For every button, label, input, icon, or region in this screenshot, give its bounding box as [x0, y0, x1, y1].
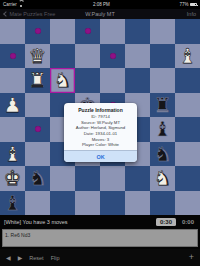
- square-h5[interactable]: [175, 93, 200, 118]
- square-b1[interactable]: [25, 191, 50, 216]
- dialog-body: ID: 79714 Source: W.Pauly MT Author: Her…: [64, 113, 137, 151]
- square-h6[interactable]: [175, 68, 200, 93]
- square-f1[interactable]: [125, 191, 150, 216]
- dialog-line-author: Author: Herland, Sigmund: [64, 125, 137, 130]
- square-b8[interactable]: [25, 19, 50, 44]
- square-a4[interactable]: [0, 117, 25, 142]
- status-bar: Carrier 2:08 PM 77%: [0, 0, 200, 9]
- white-bishop: ♝: [175, 44, 200, 69]
- square-h1[interactable]: [175, 191, 200, 216]
- turn-info-bar: [White] You have 3 moves 0:30 0:00: [0, 215, 200, 228]
- square-g7[interactable]: [150, 44, 175, 69]
- square-f2[interactable]: [125, 166, 150, 191]
- white-bishop: ♝: [0, 142, 25, 167]
- wifi-icon: [18, 3, 23, 7]
- carrier-label: Carrier: [3, 2, 17, 7]
- battery-percent: 77%: [179, 2, 188, 7]
- white-king: ♚: [0, 166, 25, 191]
- square-a2[interactable]: ♚: [0, 166, 25, 191]
- square-c6[interactable]: ♞: [50, 68, 75, 93]
- square-e2[interactable]: [100, 166, 125, 191]
- square-a3[interactable]: ♝: [0, 142, 25, 167]
- move-list[interactable]: 1. Re6 Nd3: [2, 229, 198, 247]
- white-pawn: ♟: [0, 93, 25, 118]
- square-d8[interactable]: [75, 19, 100, 44]
- square-h8[interactable]: [175, 19, 200, 44]
- square-b6[interactable]: ♜: [25, 68, 50, 93]
- move-list-wrap: 1. Re6 Nd3: [0, 228, 200, 249]
- move-dot-e7: [110, 53, 116, 59]
- square-d2[interactable]: [75, 166, 100, 191]
- square-b3[interactable]: [25, 142, 50, 167]
- square-g8[interactable]: [150, 19, 175, 44]
- turn-message: [White] You have 3 moves: [4, 219, 156, 225]
- info-button[interactable]: Info: [187, 11, 196, 17]
- square-g5[interactable]: ♜: [150, 93, 175, 118]
- timer-badge: 0:30: [156, 218, 176, 226]
- square-h7[interactable]: ♝: [175, 44, 200, 69]
- square-b4[interactable]: [25, 117, 50, 142]
- black-knight: ♞: [25, 166, 50, 191]
- square-h3[interactable]: [175, 142, 200, 167]
- square-e8[interactable]: [100, 19, 125, 44]
- square-b7[interactable]: ♛: [25, 44, 50, 69]
- black-bishop: ♝: [0, 191, 25, 216]
- dialog-line-source: Source: W.Pauly MT: [64, 120, 137, 125]
- square-g2[interactable]: ♞: [150, 166, 175, 191]
- plus-button[interactable]: +: [189, 253, 194, 262]
- square-h4[interactable]: [175, 117, 200, 142]
- square-b5[interactable]: [25, 93, 50, 118]
- square-c1[interactable]: [50, 191, 75, 216]
- white-rook: ♜: [25, 68, 50, 93]
- square-c2[interactable]: [50, 166, 75, 191]
- page-title: W.Pauly MT: [0, 11, 200, 17]
- square-d7[interactable]: [75, 44, 100, 69]
- dialog-line-player-color: Player Color: White: [64, 142, 137, 147]
- square-g6[interactable]: [150, 68, 175, 93]
- move-dot-a7: [10, 53, 16, 59]
- square-d6[interactable]: [75, 68, 100, 93]
- square-b2[interactable]: ♞: [25, 166, 50, 191]
- square-h2[interactable]: [175, 166, 200, 191]
- white-knight: ♞: [150, 166, 175, 191]
- bottom-toolbar: ◀ ▶ Reset Flip +: [0, 249, 200, 266]
- square-d1[interactable]: [75, 191, 100, 216]
- puzzle-information-dialog: Puzzle Information ID: 79714 Source: W.P…: [64, 103, 137, 162]
- reset-button[interactable]: Reset: [29, 255, 43, 261]
- prev-move-button[interactable]: ◀: [6, 254, 11, 261]
- square-f6[interactable]: [125, 68, 150, 93]
- move-dot-b8: [35, 28, 41, 34]
- square-f7[interactable]: [125, 44, 150, 69]
- square-a1[interactable]: ♝: [0, 191, 25, 216]
- nav-bar: W.Pauly MT Mate Puzzles Free Info: [0, 9, 200, 19]
- square-g3[interactable]: ♞: [150, 142, 175, 167]
- square-a6[interactable]: [0, 68, 25, 93]
- square-f8[interactable]: [125, 19, 150, 44]
- square-e1[interactable]: [100, 191, 125, 216]
- square-e7[interactable]: [100, 44, 125, 69]
- white-knight: ♞: [50, 68, 75, 93]
- black-bishop: ♝: [150, 117, 175, 142]
- square-a8[interactable]: [0, 19, 25, 44]
- move-dot-d8: [85, 28, 91, 34]
- clock-label: 2:08 PM: [93, 2, 110, 7]
- black-rook: ♜: [150, 93, 175, 118]
- dialog-line-moves: Moves: 3: [64, 137, 137, 142]
- black-knight: ♞: [150, 142, 175, 167]
- square-a5[interactable]: ♟: [0, 93, 25, 118]
- white-queen: ♛: [25, 44, 50, 69]
- next-move-button[interactable]: ▶: [18, 254, 23, 261]
- flip-button[interactable]: Flip: [51, 255, 60, 261]
- square-g1[interactable]: [150, 191, 175, 216]
- square-e6[interactable]: [100, 68, 125, 93]
- dialog-line-id: ID: 79714: [64, 114, 137, 119]
- ok-button[interactable]: OK: [64, 150, 137, 162]
- square-g4[interactable]: ♝: [150, 117, 175, 142]
- move-dot-b4: [35, 126, 41, 132]
- square-a7[interactable]: [0, 44, 25, 69]
- elapsed-time: 0:00: [182, 219, 194, 225]
- dialog-line-date: Date: 1934-01-01: [64, 131, 137, 136]
- square-c8[interactable]: [50, 19, 75, 44]
- battery-icon: [190, 3, 197, 7]
- chess-puzzle-app: Carrier 2:08 PM 77% W.Pauly MT Mate Puzz…: [0, 0, 200, 266]
- square-c7[interactable]: [50, 44, 75, 69]
